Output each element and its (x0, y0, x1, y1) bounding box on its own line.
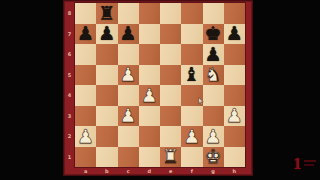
square-f8 (181, 3, 202, 24)
square-g2: ♟ (203, 126, 224, 147)
channel-logo: 1 (293, 151, 319, 175)
square-a5 (75, 65, 96, 86)
black-king-g7: ♚ (205, 24, 222, 43)
square-c3: ♟ (118, 106, 139, 127)
white-pawn-a2: ♟ (77, 126, 94, 145)
square-e6 (160, 44, 181, 65)
channel-logo-text-lines (304, 160, 316, 166)
rank-label-1: 1 (64, 147, 75, 168)
file-label-g: g (203, 167, 224, 175)
square-e2 (160, 126, 181, 147)
file-label-d: d (139, 167, 160, 175)
square-e7 (160, 24, 181, 45)
square-b4 (96, 85, 117, 106)
white-pawn-f2: ♟ (183, 126, 200, 145)
square-a8 (75, 3, 96, 24)
square-e8 (160, 3, 181, 24)
rank-label-5: 5 (64, 65, 75, 86)
white-knight-g5: ♞ (205, 65, 222, 84)
square-d6 (139, 44, 160, 65)
square-g4 (203, 85, 224, 106)
square-e5 (160, 65, 181, 86)
black-pawn-b7: ♟ (98, 24, 115, 43)
square-a6 (75, 44, 96, 65)
file-label-e: e (160, 167, 181, 175)
square-d3 (139, 106, 160, 127)
square-c2 (118, 126, 139, 147)
black-pawn-h7: ♟ (226, 24, 243, 43)
file-labels: abcdefgh (75, 167, 245, 175)
square-h6 (224, 44, 245, 65)
square-a7: ♟ (75, 24, 96, 45)
white-pawn-h3: ♟ (226, 106, 243, 125)
square-e4 (160, 85, 181, 106)
square-g5: ♞ (203, 65, 224, 86)
white-king-g1: ♚ (205, 147, 222, 166)
file-label-a: a (75, 167, 96, 175)
square-h2 (224, 126, 245, 147)
square-f1 (181, 147, 202, 168)
file-label-f: f (181, 167, 202, 175)
chess-board: ♜♟♟♟♚♟♟♟♝♞♟♟♟♟♟♟♜♚ (75, 3, 245, 167)
square-c4 (118, 85, 139, 106)
square-b2 (96, 126, 117, 147)
square-g7: ♚ (203, 24, 224, 45)
file-label-b: b (96, 167, 117, 175)
square-a4 (75, 85, 96, 106)
rank-label-3: 3 (64, 106, 75, 127)
white-pawn-g2: ♟ (205, 126, 222, 145)
square-d4: ♟ (139, 85, 160, 106)
black-bishop-f5: ♝ (183, 65, 200, 84)
square-a1 (75, 147, 96, 168)
square-c5: ♟ (118, 65, 139, 86)
square-a2: ♟ (75, 126, 96, 147)
rank-label-4: 4 (64, 85, 75, 106)
white-pawn-c5: ♟ (120, 65, 137, 84)
square-g3 (203, 106, 224, 127)
chess-board-frame: 87654321 abcdefgh ♜♟♟♟♚♟♟♟♝♞♟♟♟♟♟♟♜♚ (63, 0, 253, 176)
square-f5: ♝ (181, 65, 202, 86)
square-h5 (224, 65, 245, 86)
square-b8: ♜ (96, 3, 117, 24)
square-e3 (160, 106, 181, 127)
rank-labels: 87654321 (64, 3, 75, 167)
square-b3 (96, 106, 117, 127)
square-h4 (224, 85, 245, 106)
file-label-h: h (224, 167, 245, 175)
square-h8 (224, 3, 245, 24)
square-b6 (96, 44, 117, 65)
black-rook-b8: ♜ (98, 3, 115, 22)
rank-label-7: 7 (64, 24, 75, 45)
square-g8 (203, 3, 224, 24)
rank-label-8: 8 (64, 3, 75, 24)
square-d7 (139, 24, 160, 45)
rank-label-6: 6 (64, 44, 75, 65)
square-c6 (118, 44, 139, 65)
square-b7: ♟ (96, 24, 117, 45)
square-h1 (224, 147, 245, 168)
square-h7: ♟ (224, 24, 245, 45)
square-g6: ♟ (203, 44, 224, 65)
channel-logo-mark: 1 (293, 155, 302, 172)
square-b5 (96, 65, 117, 86)
square-h3: ♟ (224, 106, 245, 127)
mouse-cursor-icon (198, 91, 205, 110)
rank-label-2: 2 (64, 126, 75, 147)
black-pawn-c7: ♟ (120, 24, 137, 43)
black-pawn-a7: ♟ (77, 24, 94, 43)
square-c7: ♟ (118, 24, 139, 45)
file-label-c: c (118, 167, 139, 175)
square-a3 (75, 106, 96, 127)
white-rook-e1: ♜ (162, 147, 179, 166)
square-d8 (139, 3, 160, 24)
square-d2 (139, 126, 160, 147)
square-f7 (181, 24, 202, 45)
black-pawn-g6: ♟ (205, 44, 222, 63)
white-pawn-d4: ♟ (141, 85, 158, 104)
square-d5 (139, 65, 160, 86)
square-e1: ♜ (160, 147, 181, 168)
square-c8 (118, 3, 139, 24)
square-f6 (181, 44, 202, 65)
square-f2: ♟ (181, 126, 202, 147)
square-g1: ♚ (203, 147, 224, 168)
square-b1 (96, 147, 117, 168)
square-c1 (118, 147, 139, 168)
square-d1 (139, 147, 160, 168)
white-pawn-c3: ♟ (120, 106, 137, 125)
